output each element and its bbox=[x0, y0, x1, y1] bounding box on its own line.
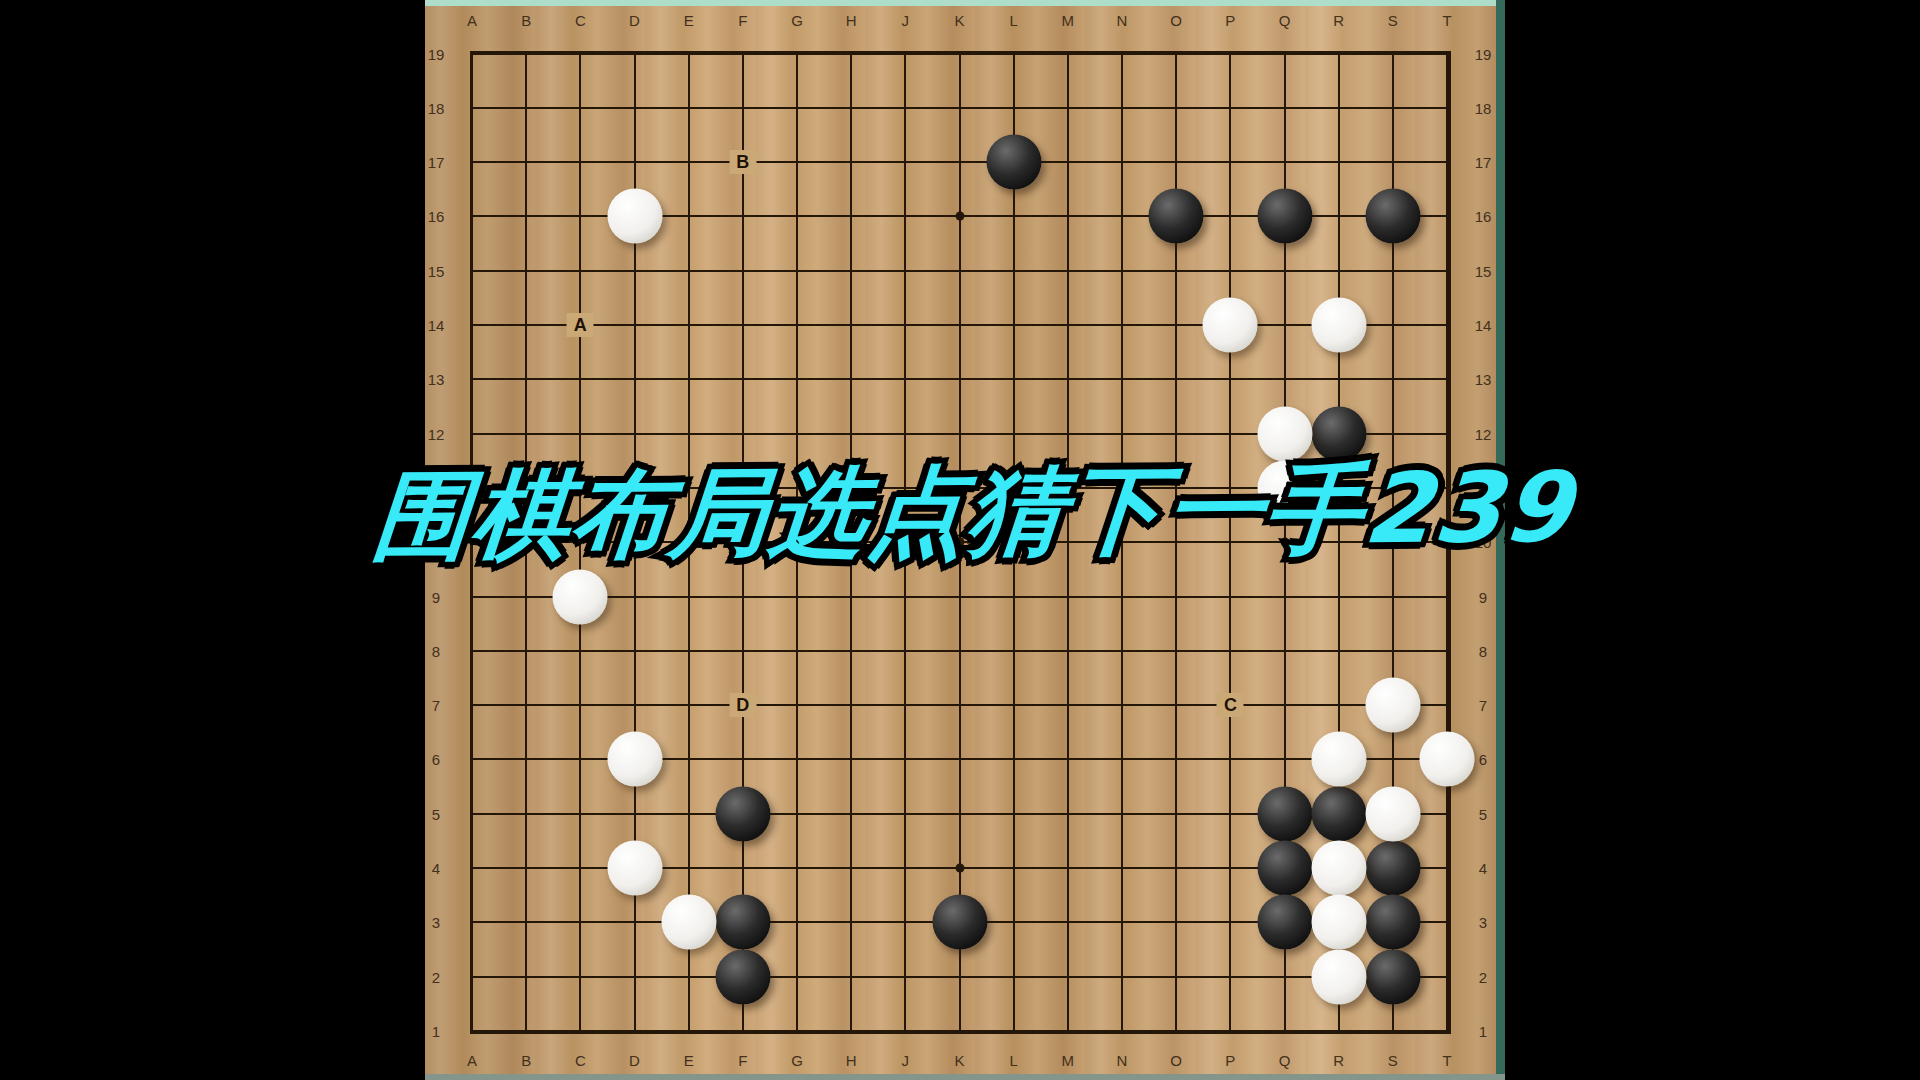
coordinate-label-column: O bbox=[1170, 12, 1182, 29]
coordinate-label-column: H bbox=[846, 1052, 857, 1069]
white-stone bbox=[1311, 895, 1366, 950]
coordinate-label-column: N bbox=[1117, 1052, 1128, 1069]
coordinate-label-column: T bbox=[1442, 12, 1451, 29]
coordinate-label-row: 13 bbox=[1475, 371, 1492, 388]
coordinate-label-column: N bbox=[1117, 12, 1128, 29]
black-stone bbox=[1149, 189, 1204, 244]
black-stone bbox=[715, 895, 770, 950]
coordinate-label-column: L bbox=[1010, 1052, 1018, 1069]
white-stone bbox=[1311, 732, 1366, 787]
coordinate-label-row: 14 bbox=[428, 317, 445, 334]
coordinate-label-column: P bbox=[1225, 12, 1235, 29]
coordinate-label-row: 1 bbox=[432, 1022, 440, 1039]
coordinate-label-row: 17 bbox=[1475, 154, 1492, 171]
candidate-point-B[interactable]: B bbox=[729, 150, 756, 174]
coordinate-label-column: D bbox=[629, 12, 640, 29]
white-stone bbox=[607, 732, 662, 787]
coordinate-label-row: 19 bbox=[1475, 45, 1492, 62]
coordinate-label-row: 5 bbox=[432, 805, 440, 822]
candidate-point-C[interactable]: C bbox=[1217, 693, 1244, 717]
coordinate-label-row: 2 bbox=[1479, 968, 1487, 985]
white-stone bbox=[1311, 298, 1366, 353]
coordinate-label-column: C bbox=[575, 1052, 586, 1069]
candidate-point-A[interactable]: A bbox=[567, 313, 594, 337]
coordinate-label-column: J bbox=[902, 12, 910, 29]
white-stone bbox=[1365, 786, 1420, 841]
coordinate-label-row: 16 bbox=[1475, 208, 1492, 225]
coordinate-label-column: R bbox=[1333, 12, 1344, 29]
coordinate-label-row: 7 bbox=[432, 697, 440, 714]
white-stone bbox=[661, 895, 716, 950]
white-stone bbox=[1420, 732, 1475, 787]
star-point bbox=[955, 864, 964, 873]
screen-background: AABBCCDDEEFFGGHHJJKKLLMMNNOOPPQQRRSSTT19… bbox=[0, 0, 1920, 1080]
coordinate-label-column: F bbox=[738, 12, 747, 29]
coordinate-label-row: 8 bbox=[1479, 642, 1487, 659]
board-border-bottom bbox=[425, 1074, 1505, 1080]
white-stone bbox=[1365, 678, 1420, 733]
coordinate-label-row: 7 bbox=[1479, 697, 1487, 714]
coordinate-label-row: 19 bbox=[428, 45, 445, 62]
coordinate-label-row: 15 bbox=[1475, 262, 1492, 279]
coordinate-label-row: 4 bbox=[432, 860, 440, 877]
coordinate-label-column: R bbox=[1333, 1052, 1344, 1069]
candidate-point-D[interactable]: D bbox=[729, 693, 756, 717]
black-stone bbox=[1365, 895, 1420, 950]
black-stone bbox=[932, 895, 987, 950]
coordinate-label-column: A bbox=[467, 1052, 477, 1069]
coordinate-label-row: 15 bbox=[428, 262, 445, 279]
coordinate-label-column: G bbox=[791, 1052, 803, 1069]
coordinate-label-row: 9 bbox=[1479, 588, 1487, 605]
coordinate-label-column: D bbox=[629, 1052, 640, 1069]
coordinate-label-column: M bbox=[1062, 12, 1075, 29]
coordinate-label-column: E bbox=[684, 1052, 694, 1069]
white-stone bbox=[607, 841, 662, 896]
coordinate-label-row: 13 bbox=[428, 371, 445, 388]
coordinate-label-row: 16 bbox=[428, 208, 445, 225]
coordinate-label-row: 18 bbox=[428, 99, 445, 116]
coordinate-label-column: G bbox=[791, 12, 803, 29]
black-stone bbox=[1257, 786, 1312, 841]
black-stone bbox=[1257, 841, 1312, 896]
coordinate-label-column: S bbox=[1388, 1052, 1398, 1069]
black-stone bbox=[715, 949, 770, 1004]
black-stone bbox=[986, 135, 1041, 190]
coordinate-label-row: 3 bbox=[1479, 914, 1487, 931]
coordinate-label-row: 8 bbox=[432, 642, 440, 659]
black-stone bbox=[1257, 895, 1312, 950]
black-stone bbox=[1365, 841, 1420, 896]
black-stone bbox=[715, 786, 770, 841]
coordinate-label-column: S bbox=[1388, 12, 1398, 29]
coordinate-label-column: P bbox=[1225, 1052, 1235, 1069]
black-stone bbox=[1311, 786, 1366, 841]
white-stone bbox=[607, 189, 662, 244]
coordinate-label-column: Q bbox=[1279, 1052, 1291, 1069]
coordinate-label-column: L bbox=[1010, 12, 1018, 29]
coordinate-label-row: 17 bbox=[428, 154, 445, 171]
coordinate-label-column: M bbox=[1062, 1052, 1075, 1069]
coordinate-label-row: 4 bbox=[1479, 860, 1487, 877]
black-stone bbox=[1365, 189, 1420, 244]
coordinate-label-row: 2 bbox=[432, 968, 440, 985]
coordinate-label-row: 5 bbox=[1479, 805, 1487, 822]
white-stone bbox=[1311, 949, 1366, 1004]
coordinate-label-row: 6 bbox=[432, 751, 440, 768]
coordinate-label-column: K bbox=[955, 1052, 965, 1069]
black-stone bbox=[1365, 949, 1420, 1004]
coordinate-label-column: J bbox=[902, 1052, 910, 1069]
coordinate-label-row: 14 bbox=[1475, 317, 1492, 334]
video-title-overlay: 围棋布局选点猜下一手239 bbox=[382, 434, 1565, 592]
coordinate-label-column: K bbox=[955, 12, 965, 29]
coordinate-label-column: T bbox=[1442, 1052, 1451, 1069]
coordinate-label-row: 3 bbox=[432, 914, 440, 931]
coordinate-label-row: 6 bbox=[1479, 751, 1487, 768]
white-stone bbox=[1203, 298, 1258, 353]
coordinate-label-row: 12 bbox=[428, 425, 445, 442]
coordinate-label-column: F bbox=[738, 1052, 747, 1069]
board-border-top bbox=[425, 0, 1505, 6]
coordinate-label-row: 18 bbox=[1475, 99, 1492, 116]
star-point bbox=[955, 212, 964, 221]
coordinate-label-row: 1 bbox=[1479, 1022, 1487, 1039]
coordinate-label-column: H bbox=[846, 12, 857, 29]
coordinate-label-column: O bbox=[1170, 1052, 1182, 1069]
coordinate-label-column: B bbox=[521, 12, 531, 29]
coordinate-label-column: Q bbox=[1279, 12, 1291, 29]
white-stone bbox=[1311, 841, 1366, 896]
coordinate-label-column: C bbox=[575, 12, 586, 29]
coordinate-label-column: A bbox=[467, 12, 477, 29]
coordinate-label-column: B bbox=[521, 1052, 531, 1069]
black-stone bbox=[1257, 189, 1312, 244]
coordinate-label-column: E bbox=[684, 12, 694, 29]
